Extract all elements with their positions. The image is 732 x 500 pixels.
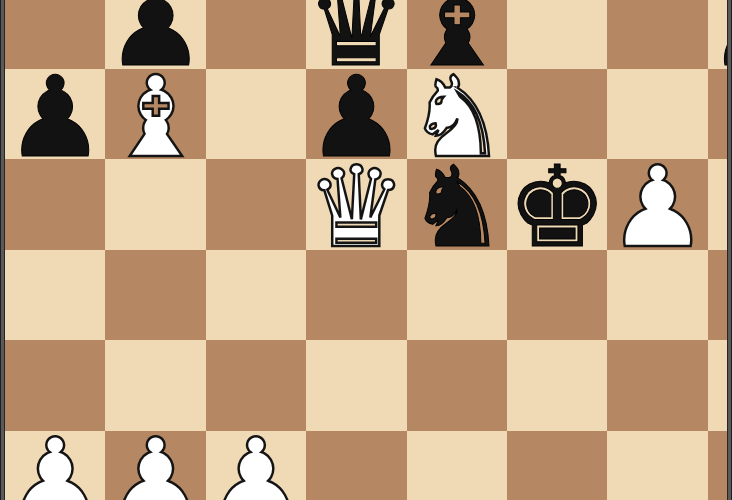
square-a2[interactable]: ♟	[5, 431, 105, 500]
square-a7[interactable]	[5, 0, 105, 69]
square-g4[interactable]	[607, 250, 707, 341]
square-f7[interactable]	[507, 0, 607, 69]
square-e7[interactable]: ♝	[407, 0, 507, 69]
piece-white-pawn-b2[interactable]: ♟	[105, 423, 205, 500]
square-d2[interactable]	[306, 431, 406, 500]
square-a5[interactable]	[5, 159, 105, 250]
piece-black-knight-e5[interactable]: ♞	[407, 151, 507, 263]
square-d4[interactable]	[306, 250, 406, 341]
square-c2[interactable]: ♟	[206, 431, 306, 500]
piece-white-queen-d5[interactable]: ♛	[306, 151, 406, 263]
square-e3[interactable]	[407, 340, 507, 431]
square-b3[interactable]	[105, 340, 205, 431]
square-c5[interactable]	[206, 159, 306, 250]
square-a4[interactable]	[5, 250, 105, 341]
square-g6[interactable]	[607, 69, 707, 160]
piece-black-king-f5[interactable]: ♚	[507, 151, 607, 263]
piece-black-pawn-d6[interactable]: ♟	[306, 61, 406, 173]
square-c4[interactable]	[206, 250, 306, 341]
piece-black-pawn-a6[interactable]: ♟	[5, 61, 105, 173]
square-e4[interactable]	[407, 250, 507, 341]
piece-white-knight-e6[interactable]: ♞	[407, 61, 507, 173]
piece-white-bishop-b6[interactable]: ♝	[105, 61, 205, 173]
square-a6[interactable]: ♟	[5, 69, 105, 160]
square-e2[interactable]	[407, 431, 507, 500]
square-f3[interactable]	[507, 340, 607, 431]
piece-white-pawn-g5[interactable]: ♟	[607, 151, 707, 263]
square-g2[interactable]	[607, 431, 707, 500]
square-f6[interactable]	[507, 69, 607, 160]
square-g5[interactable]: ♟	[607, 159, 707, 250]
square-b2[interactable]: ♟	[105, 431, 205, 500]
square-f4[interactable]	[507, 250, 607, 341]
square-d6[interactable]: ♟	[306, 69, 406, 160]
square-b6[interactable]: ♝	[105, 69, 205, 160]
chess-board-viewport: ♟♛♝♟♟♝♟♞♛♞♚♟♝♟♟♟	[0, 0, 732, 500]
square-d3[interactable]	[306, 340, 406, 431]
square-f2[interactable]	[507, 431, 607, 500]
square-c3[interactable]	[206, 340, 306, 431]
square-d5[interactable]: ♛	[306, 159, 406, 250]
square-a3[interactable]	[5, 340, 105, 431]
board-frame-left	[0, 0, 5, 500]
square-b5[interactable]	[105, 159, 205, 250]
square-g3[interactable]	[607, 340, 707, 431]
square-d7[interactable]: ♛	[306, 0, 406, 69]
chess-board: ♟♛♝♟♟♝♟♞♛♞♚♟♝♟♟♟	[5, 0, 727, 500]
piece-white-pawn-c2[interactable]: ♟	[206, 423, 306, 500]
square-c6[interactable]	[206, 69, 306, 160]
square-c7[interactable]	[206, 0, 306, 69]
piece-white-pawn-a2[interactable]: ♟	[5, 423, 105, 500]
square-f5[interactable]: ♚	[507, 159, 607, 250]
square-e5[interactable]: ♞	[407, 159, 507, 250]
square-e6[interactable]: ♞	[407, 69, 507, 160]
square-b4[interactable]	[105, 250, 205, 341]
square-g7[interactable]	[607, 0, 707, 69]
board-frame-right	[727, 0, 732, 500]
square-b7[interactable]: ♟	[105, 0, 205, 69]
